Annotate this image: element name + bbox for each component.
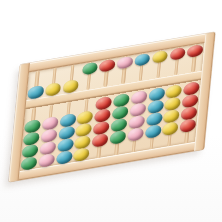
photo-background (0, 0, 222, 222)
abacus-board (9, 32, 216, 182)
product-photo: { "game": "abacus", "title": "Wooden 10-… (0, 0, 222, 222)
